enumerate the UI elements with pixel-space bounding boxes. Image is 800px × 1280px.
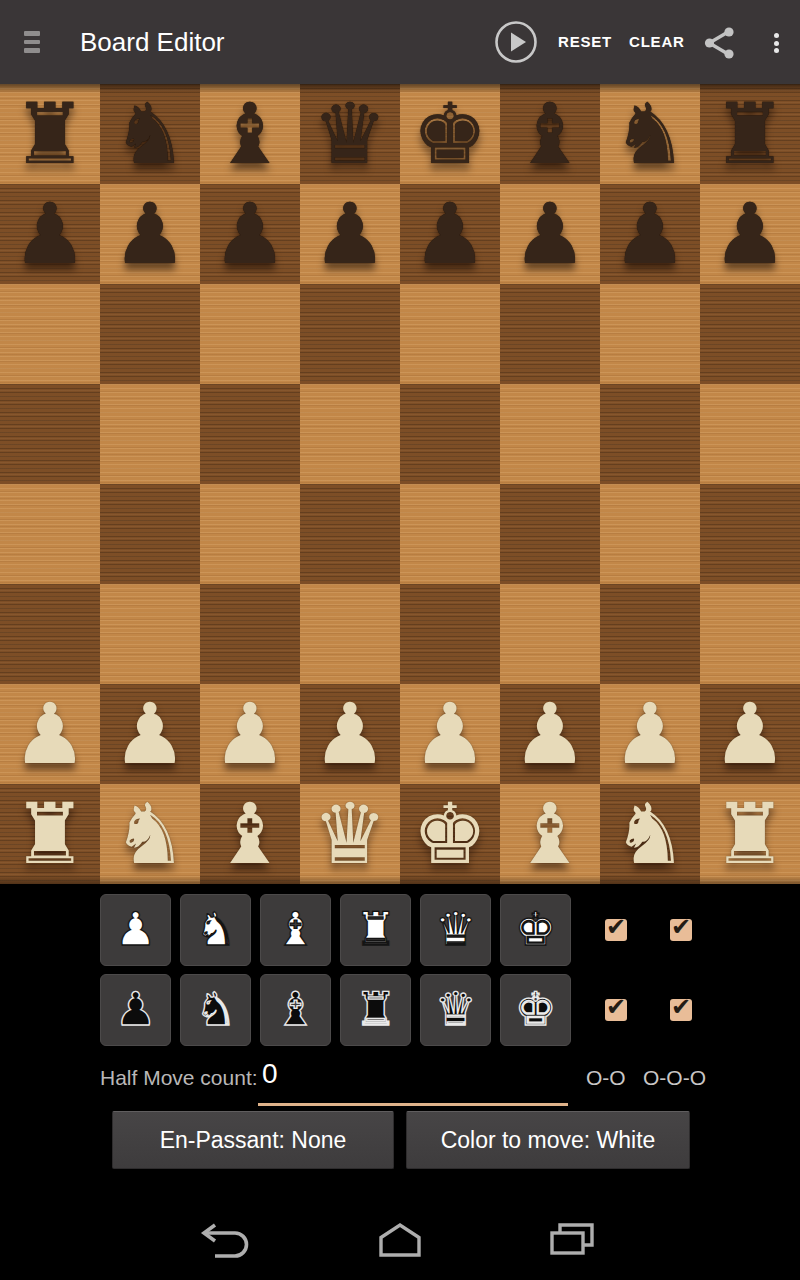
black-pawn-piece: ♟ — [100, 184, 200, 284]
black-bishop-piece: ♝ — [500, 84, 600, 184]
chess-board: ♜♞♝♛♚♝♞♜♟♟♟♟♟♟♟♟♟♟♟♟♟♟♟♟♜♞♝♛♚♝♞♜ — [0, 84, 800, 884]
black-castle-long-checkbox[interactable]: ✔ — [670, 999, 692, 1021]
square-e6[interactable] — [400, 284, 500, 384]
white-rook-piece: ♜ — [700, 784, 800, 884]
black-queen-piece: ♛ — [300, 84, 400, 184]
square-h3[interactable] — [700, 584, 800, 684]
square-g6[interactable] — [600, 284, 700, 384]
app-bar: Board Editor RESET CLEAR — [0, 0, 800, 85]
square-d3[interactable] — [300, 584, 400, 684]
share-button[interactable] — [703, 26, 736, 60]
black-bishop-piece: ♝ — [200, 84, 300, 184]
black-rook-piece: ♜ — [0, 84, 100, 184]
black-rook-piece: ♜ — [700, 84, 800, 184]
square-f8[interactable]: ♝ — [500, 84, 600, 184]
white-queen-piece: ♛ — [300, 784, 400, 884]
white-pawn-piece: ♟ — [100, 684, 200, 784]
page-title: Board Editor — [80, 0, 225, 84]
square-e2[interactable]: ♟ — [400, 684, 500, 784]
home-icon — [378, 1222, 422, 1258]
white-castle-short-checkbox[interactable]: ✔ — [605, 919, 627, 941]
home-button[interactable] — [378, 1222, 422, 1262]
white-piece-palette: ♟♞♝♜♛♚✔✔ — [0, 894, 800, 966]
color-to-move-button[interactable]: Color to move: White — [406, 1111, 690, 1169]
black-king-piece: ♚ — [400, 84, 500, 184]
square-c3[interactable] — [200, 584, 300, 684]
square-d4[interactable] — [300, 484, 400, 584]
square-c4[interactable] — [200, 484, 300, 584]
square-h6[interactable] — [700, 284, 800, 384]
square-d7[interactable]: ♟ — [300, 184, 400, 284]
black-piece-palette: ♟♞♝♜♛♚✔✔ — [0, 974, 800, 1046]
castle-long-label: O-O-O — [643, 1066, 706, 1090]
square-g3[interactable] — [600, 584, 700, 684]
square-c8[interactable]: ♝ — [200, 84, 300, 184]
square-f2[interactable]: ♟ — [500, 684, 600, 784]
square-h2[interactable]: ♟ — [700, 684, 800, 784]
square-c6[interactable] — [200, 284, 300, 384]
recents-icon — [549, 1222, 595, 1256]
menu-button[interactable] — [24, 31, 42, 53]
square-b5[interactable] — [100, 384, 200, 484]
black-knight-piece: ♞ — [600, 84, 700, 184]
black-king-palette-button[interactable]: ♚ — [500, 974, 571, 1046]
square-g1[interactable]: ♞ — [600, 784, 700, 884]
play-button[interactable] — [494, 20, 538, 64]
white-knight-piece: ♞ — [600, 784, 700, 884]
white-pawn-piece: ♟ — [300, 684, 400, 784]
en-passant-button[interactable]: En-Passant: None — [112, 1111, 394, 1169]
square-f5[interactable] — [500, 384, 600, 484]
square-d6[interactable] — [300, 284, 400, 384]
white-pawn-piece: ♟ — [0, 684, 100, 784]
square-b7[interactable]: ♟ — [100, 184, 200, 284]
black-castle-short-checkbox[interactable]: ✔ — [605, 999, 627, 1021]
white-castle-long-checkbox[interactable]: ✔ — [670, 919, 692, 941]
checkmark-icon: ✔ — [671, 913, 691, 941]
black-pawn-piece: ♟ — [200, 184, 300, 284]
black-pawn-piece: ♟ — [0, 184, 100, 284]
square-g5[interactable] — [600, 384, 700, 484]
square-d8[interactable]: ♛ — [300, 84, 400, 184]
checkmark-icon: ✔ — [606, 993, 626, 1021]
square-f3[interactable] — [500, 584, 600, 684]
square-a2[interactable]: ♟ — [0, 684, 100, 784]
square-e3[interactable] — [400, 584, 500, 684]
back-icon — [199, 1222, 251, 1260]
black-pawn-piece: ♟ — [600, 184, 700, 284]
square-f6[interactable] — [500, 284, 600, 384]
castle-short-label: O-O — [586, 1066, 626, 1090]
black-pawn-piece: ♟ — [300, 184, 400, 284]
hamburger-icon — [24, 31, 42, 53]
square-e1[interactable]: ♚ — [400, 784, 500, 884]
square-f7[interactable]: ♟ — [500, 184, 600, 284]
square-g8[interactable]: ♞ — [600, 84, 700, 184]
black-pawn-piece: ♟ — [700, 184, 800, 284]
black-queen-palette-button[interactable]: ♛ — [420, 974, 491, 1046]
black-knight-palette-button[interactable]: ♞ — [180, 974, 251, 1046]
square-c5[interactable] — [200, 384, 300, 484]
square-h8[interactable]: ♜ — [700, 84, 800, 184]
square-b1[interactable]: ♞ — [100, 784, 200, 884]
square-d5[interactable] — [300, 384, 400, 484]
white-pawn-palette-button[interactable]: ♟ — [100, 894, 171, 966]
square-a6[interactable] — [0, 284, 100, 384]
white-pawn-piece: ♟ — [200, 684, 300, 784]
black-bishop-palette-button[interactable]: ♝ — [260, 974, 331, 1046]
square-a3[interactable] — [0, 584, 100, 684]
square-h1[interactable]: ♜ — [700, 784, 800, 884]
overflow-menu-button[interactable] — [769, 24, 783, 62]
square-g4[interactable] — [600, 484, 700, 584]
black-knight-piece: ♞ — [100, 84, 200, 184]
white-king-palette-button[interactable]: ♚ — [500, 894, 571, 966]
square-c7[interactable]: ♟ — [200, 184, 300, 284]
share-icon — [703, 26, 736, 60]
clear-button[interactable]: CLEAR — [629, 0, 685, 84]
square-f1[interactable]: ♝ — [500, 784, 600, 884]
square-e8[interactable]: ♚ — [400, 84, 500, 184]
reset-button[interactable]: RESET — [558, 0, 612, 84]
square-d2[interactable]: ♟ — [300, 684, 400, 784]
white-bishop-piece: ♝ — [200, 784, 300, 884]
square-d1[interactable]: ♛ — [300, 784, 400, 884]
square-a8[interactable]: ♜ — [0, 84, 100, 184]
black-pawn-piece: ♟ — [400, 184, 500, 284]
square-b2[interactable]: ♟ — [100, 684, 200, 784]
white-pawn-piece: ♟ — [600, 684, 700, 784]
black-pawn-palette-button[interactable]: ♟ — [100, 974, 171, 1046]
black-pawn-piece: ♟ — [500, 184, 600, 284]
square-b4[interactable] — [100, 484, 200, 584]
half-move-count-value: 0 — [262, 1058, 278, 1090]
square-c2[interactable]: ♟ — [200, 684, 300, 784]
square-a1[interactable]: ♜ — [0, 784, 100, 884]
white-rook-piece: ♜ — [0, 784, 100, 884]
square-e7[interactable]: ♟ — [400, 184, 500, 284]
square-h7[interactable]: ♟ — [700, 184, 800, 284]
white-king-piece: ♚ — [400, 784, 500, 884]
square-g2[interactable]: ♟ — [600, 684, 700, 784]
square-b3[interactable] — [100, 584, 200, 684]
half-move-count-label: Half Move count: — [100, 1066, 258, 1090]
half-move-count-input[interactable]: 0 — [258, 1058, 568, 1104]
overflow-menu-icon — [774, 30, 779, 55]
input-underline — [258, 1103, 568, 1106]
square-h4[interactable] — [700, 484, 800, 584]
square-g7[interactable]: ♟ — [600, 184, 700, 284]
square-a7[interactable]: ♟ — [0, 184, 100, 284]
back-button[interactable] — [199, 1222, 251, 1264]
square-h5[interactable] — [700, 384, 800, 484]
square-e4[interactable] — [400, 484, 500, 584]
play-icon — [494, 20, 538, 64]
checkmark-icon: ✔ — [671, 993, 691, 1021]
checkmark-icon: ✔ — [606, 913, 626, 941]
white-bishop-palette-button[interactable]: ♝ — [260, 894, 331, 966]
recents-button[interactable] — [549, 1222, 595, 1260]
square-b8[interactable]: ♞ — [100, 84, 200, 184]
square-e5[interactable] — [400, 384, 500, 484]
white-rook-palette-button[interactable]: ♜ — [340, 894, 411, 966]
android-nav-bar — [0, 1196, 800, 1280]
board-editor-screen: Board Editor RESET CLEAR ♜♞♝♛♚♝♞♜♟♟♟♟♟♟♟… — [0, 0, 800, 1280]
white-pawn-piece: ♟ — [400, 684, 500, 784]
white-bishop-piece: ♝ — [500, 784, 600, 884]
white-knight-palette-button[interactable]: ♞ — [180, 894, 251, 966]
square-b6[interactable] — [100, 284, 200, 384]
square-a4[interactable] — [0, 484, 100, 584]
white-pawn-piece: ♟ — [500, 684, 600, 784]
white-knight-piece: ♞ — [100, 784, 200, 884]
square-a5[interactable] — [0, 384, 100, 484]
white-pawn-piece: ♟ — [700, 684, 800, 784]
square-f4[interactable] — [500, 484, 600, 584]
black-rook-palette-button[interactable]: ♜ — [340, 974, 411, 1046]
square-c1[interactable]: ♝ — [200, 784, 300, 884]
white-queen-palette-button[interactable]: ♛ — [420, 894, 491, 966]
